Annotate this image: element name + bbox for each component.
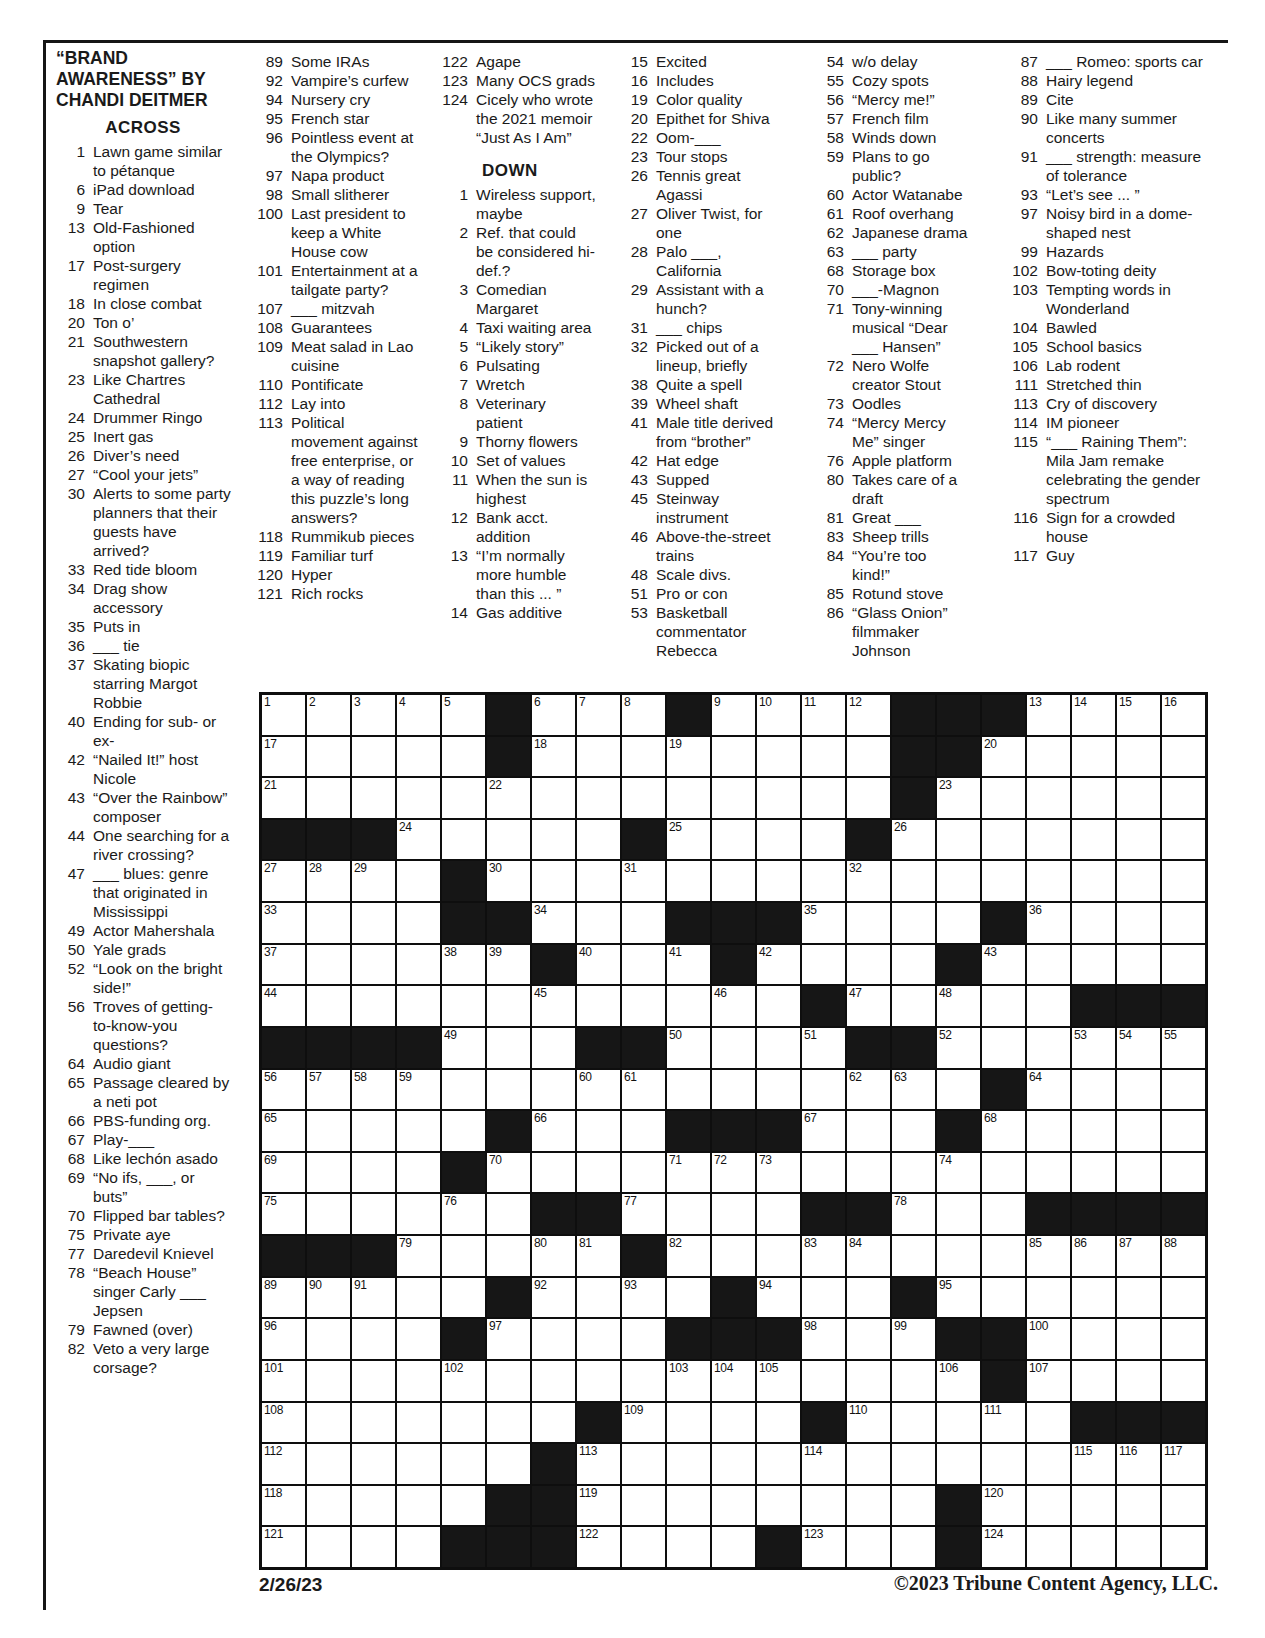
grid-cell-r20c21[interactable] xyxy=(1162,1486,1205,1526)
grid-cell-r20c17[interactable]: 120 xyxy=(982,1486,1025,1526)
grid-cell-r10c8[interactable]: 60 xyxy=(577,1070,620,1110)
grid-cell-r21c15[interactable] xyxy=(892,1527,935,1567)
grid-cell-r4c16[interactable] xyxy=(937,820,980,860)
grid-cell-r14c10[interactable]: 82 xyxy=(667,1236,710,1276)
grid-cell-r21c18[interactable] xyxy=(1027,1527,1070,1567)
grid-cell-r13c15[interactable]: 78 xyxy=(892,1194,935,1234)
grid-cell-r20c11[interactable] xyxy=(712,1486,755,1526)
grid-cell-r1c4[interactable]: 4 xyxy=(397,695,440,735)
grid-cell-r5c8[interactable] xyxy=(577,861,620,901)
grid-cell-r16c3[interactable] xyxy=(352,1319,395,1359)
grid-cell-r8c2[interactable] xyxy=(307,986,350,1026)
grid-cell-r7c17[interactable]: 43 xyxy=(982,945,1025,985)
grid-cell-r5c21[interactable] xyxy=(1162,861,1205,901)
grid-cell-r2c12[interactable] xyxy=(757,737,800,777)
grid-cell-r10c15[interactable]: 63 xyxy=(892,1070,935,1110)
grid-cell-r8c9[interactable] xyxy=(622,986,665,1026)
grid-cell-r15c4[interactable] xyxy=(397,1278,440,1318)
grid-cell-r21c4[interactable] xyxy=(397,1527,440,1567)
grid-cell-r5c12[interactable] xyxy=(757,861,800,901)
grid-cell-r13c3[interactable] xyxy=(352,1194,395,1234)
grid-cell-r16c14[interactable] xyxy=(847,1319,890,1359)
grid-cell-r10c7[interactable] xyxy=(532,1070,575,1110)
grid-cell-r15c2[interactable]: 90 xyxy=(307,1278,350,1318)
grid-cell-r2c17[interactable]: 20 xyxy=(982,737,1025,777)
grid-cell-r9c17[interactable] xyxy=(982,1028,1025,1068)
grid-cell-r15c5[interactable] xyxy=(442,1278,485,1318)
grid-cell-r4c7[interactable] xyxy=(532,820,575,860)
grid-cell-r15c19[interactable] xyxy=(1072,1278,1115,1318)
grid-cell-r6c20[interactable] xyxy=(1117,903,1160,943)
grid-cell-r1c2[interactable]: 2 xyxy=(307,695,350,735)
grid-cell-r7c5[interactable]: 38 xyxy=(442,945,485,985)
grid-cell-r9c16[interactable]: 52 xyxy=(937,1028,980,1068)
grid-cell-r16c15[interactable]: 99 xyxy=(892,1319,935,1359)
grid-cell-r16c8[interactable] xyxy=(577,1319,620,1359)
grid-cell-r6c1[interactable]: 33 xyxy=(262,903,305,943)
grid-cell-r13c11[interactable] xyxy=(712,1194,755,1234)
grid-cell-r3c11[interactable] xyxy=(712,778,755,818)
grid-cell-r1c19[interactable]: 14 xyxy=(1072,695,1115,735)
grid-cell-r5c14[interactable]: 32 xyxy=(847,861,890,901)
grid-cell-r8c10[interactable] xyxy=(667,986,710,1026)
grid-cell-r17c19[interactable] xyxy=(1072,1361,1115,1401)
grid-cell-r14c13[interactable]: 83 xyxy=(802,1236,845,1276)
grid-cell-r14c19[interactable]: 86 xyxy=(1072,1236,1115,1276)
grid-cell-r3c20[interactable] xyxy=(1117,778,1160,818)
grid-cell-r15c17[interactable] xyxy=(982,1278,1025,1318)
grid-cell-r12c20[interactable] xyxy=(1117,1153,1160,1193)
grid-cell-r18c3[interactable] xyxy=(352,1403,395,1443)
grid-cell-r6c21[interactable] xyxy=(1162,903,1205,943)
grid-cell-r3c9[interactable] xyxy=(622,778,665,818)
grid-cell-r19c18[interactable] xyxy=(1027,1444,1070,1484)
grid-cell-r18c16[interactable] xyxy=(937,1403,980,1443)
grid-cell-r19c3[interactable] xyxy=(352,1444,395,1484)
grid-cell-r7c21[interactable] xyxy=(1162,945,1205,985)
grid-cell-r15c3[interactable]: 91 xyxy=(352,1278,395,1318)
grid-cell-r6c16[interactable] xyxy=(937,903,980,943)
grid-cell-r20c3[interactable] xyxy=(352,1486,395,1526)
grid-cell-r16c21[interactable] xyxy=(1162,1319,1205,1359)
grid-cell-r3c12[interactable] xyxy=(757,778,800,818)
grid-cell-r13c12[interactable] xyxy=(757,1194,800,1234)
grid-cell-r19c14[interactable] xyxy=(847,1444,890,1484)
grid-cell-r14c8[interactable]: 81 xyxy=(577,1236,620,1276)
grid-cell-r17c13[interactable] xyxy=(802,1361,845,1401)
grid-cell-r2c2[interactable] xyxy=(307,737,350,777)
grid-cell-r19c16[interactable] xyxy=(937,1444,980,1484)
grid-cell-r15c14[interactable] xyxy=(847,1278,890,1318)
grid-cell-r21c2[interactable] xyxy=(307,1527,350,1567)
grid-cell-r2c9[interactable] xyxy=(622,737,665,777)
grid-cell-r7c18[interactable] xyxy=(1027,945,1070,985)
grid-cell-r3c14[interactable] xyxy=(847,778,890,818)
grid-cell-r5c16[interactable] xyxy=(937,861,980,901)
grid-cell-r18c2[interactable] xyxy=(307,1403,350,1443)
grid-cell-r12c8[interactable] xyxy=(577,1153,620,1193)
grid-cell-r4c20[interactable] xyxy=(1117,820,1160,860)
grid-cell-r10c16[interactable] xyxy=(937,1070,980,1110)
grid-cell-r10c13[interactable] xyxy=(802,1070,845,1110)
grid-cell-r14c15[interactable] xyxy=(892,1236,935,1276)
grid-cell-r17c9[interactable] xyxy=(622,1361,665,1401)
grid-cell-r21c19[interactable] xyxy=(1072,1527,1115,1567)
grid-cell-r2c13[interactable] xyxy=(802,737,845,777)
grid-cell-r21c21[interactable] xyxy=(1162,1527,1205,1567)
grid-cell-r5c1[interactable]: 27 xyxy=(262,861,305,901)
grid-cell-r10c3[interactable]: 58 xyxy=(352,1070,395,1110)
grid-cell-r18c1[interactable]: 108 xyxy=(262,1403,305,1443)
grid-cell-r1c13[interactable]: 11 xyxy=(802,695,845,735)
grid-cell-r11c5[interactable] xyxy=(442,1111,485,1151)
grid-cell-r4c19[interactable] xyxy=(1072,820,1115,860)
grid-cell-r18c15[interactable] xyxy=(892,1403,935,1443)
grid-cell-r10c4[interactable]: 59 xyxy=(397,1070,440,1110)
grid-cell-r2c8[interactable] xyxy=(577,737,620,777)
grid-cell-r18c4[interactable] xyxy=(397,1403,440,1443)
grid-cell-r15c21[interactable] xyxy=(1162,1278,1205,1318)
grid-cell-r13c16[interactable] xyxy=(937,1194,980,1234)
grid-cell-r8c3[interactable] xyxy=(352,986,395,1026)
grid-cell-r20c1[interactable]: 118 xyxy=(262,1486,305,1526)
grid-cell-r12c9[interactable] xyxy=(622,1153,665,1193)
grid-cell-r2c14[interactable] xyxy=(847,737,890,777)
grid-cell-r5c10[interactable] xyxy=(667,861,710,901)
grid-cell-r12c18[interactable] xyxy=(1027,1153,1070,1193)
grid-cell-r5c13[interactable] xyxy=(802,861,845,901)
grid-cell-r12c3[interactable] xyxy=(352,1153,395,1193)
grid-cell-r17c12[interactable]: 105 xyxy=(757,1361,800,1401)
grid-cell-r3c10[interactable] xyxy=(667,778,710,818)
grid-cell-r11c18[interactable] xyxy=(1027,1111,1070,1151)
grid-cell-r2c18[interactable] xyxy=(1027,737,1070,777)
grid-cell-r15c18[interactable] xyxy=(1027,1278,1070,1318)
grid-cell-r18c14[interactable]: 110 xyxy=(847,1403,890,1443)
grid-cell-r17c1[interactable]: 101 xyxy=(262,1361,305,1401)
grid-cell-r18c5[interactable] xyxy=(442,1403,485,1443)
grid-cell-r2c19[interactable] xyxy=(1072,737,1115,777)
grid-cell-r21c20[interactable] xyxy=(1117,1527,1160,1567)
grid-cell-r10c21[interactable] xyxy=(1162,1070,1205,1110)
grid-cell-r5c7[interactable] xyxy=(532,861,575,901)
grid-cell-r10c6[interactable] xyxy=(487,1070,530,1110)
grid-cell-r8c17[interactable] xyxy=(982,986,1025,1026)
grid-cell-r3c19[interactable] xyxy=(1072,778,1115,818)
grid-cell-r7c1[interactable]: 37 xyxy=(262,945,305,985)
grid-cell-r10c20[interactable] xyxy=(1117,1070,1160,1110)
grid-cell-r3c17[interactable] xyxy=(982,778,1025,818)
grid-cell-r15c9[interactable]: 93 xyxy=(622,1278,665,1318)
grid-cell-r6c19[interactable] xyxy=(1072,903,1115,943)
grid-cell-r7c3[interactable] xyxy=(352,945,395,985)
grid-cell-r10c10[interactable] xyxy=(667,1070,710,1110)
grid-cell-r14c4[interactable]: 79 xyxy=(397,1236,440,1276)
grid-cell-r6c3[interactable] xyxy=(352,903,395,943)
grid-cell-r3c13[interactable] xyxy=(802,778,845,818)
grid-cell-r19c12[interactable] xyxy=(757,1444,800,1484)
grid-cell-r9c6[interactable] xyxy=(487,1028,530,1068)
grid-cell-r3c2[interactable] xyxy=(307,778,350,818)
grid-cell-r20c14[interactable] xyxy=(847,1486,890,1526)
grid-cell-r13c5[interactable]: 76 xyxy=(442,1194,485,1234)
grid-cell-r21c13[interactable]: 123 xyxy=(802,1527,845,1567)
grid-cell-r12c7[interactable] xyxy=(532,1153,575,1193)
grid-cell-r1c1[interactable]: 1 xyxy=(262,695,305,735)
grid-cell-r6c13[interactable]: 35 xyxy=(802,903,845,943)
grid-cell-r5c11[interactable] xyxy=(712,861,755,901)
grid-cell-r4c21[interactable] xyxy=(1162,820,1205,860)
grid-cell-r7c6[interactable]: 39 xyxy=(487,945,530,985)
grid-cell-r19c5[interactable] xyxy=(442,1444,485,1484)
grid-cell-r1c12[interactable]: 10 xyxy=(757,695,800,735)
grid-cell-r7c12[interactable]: 42 xyxy=(757,945,800,985)
grid-cell-r15c7[interactable]: 92 xyxy=(532,1278,575,1318)
grid-cell-r1c9[interactable]: 8 xyxy=(622,695,665,735)
grid-cell-r19c11[interactable] xyxy=(712,1444,755,1484)
grid-cell-r20c5[interactable] xyxy=(442,1486,485,1526)
grid-cell-r17c7[interactable] xyxy=(532,1361,575,1401)
grid-cell-r14c6[interactable] xyxy=(487,1236,530,1276)
grid-cell-r11c3[interactable] xyxy=(352,1111,395,1151)
grid-cell-r10c19[interactable] xyxy=(1072,1070,1115,1110)
grid-cell-r21c17[interactable]: 124 xyxy=(982,1527,1025,1567)
grid-cell-r5c9[interactable]: 31 xyxy=(622,861,665,901)
grid-cell-r16c20[interactable] xyxy=(1117,1319,1160,1359)
grid-cell-r11c14[interactable] xyxy=(847,1111,890,1151)
grid-cell-r20c13[interactable] xyxy=(802,1486,845,1526)
grid-cell-r12c19[interactable] xyxy=(1072,1153,1115,1193)
grid-cell-r1c18[interactable]: 13 xyxy=(1027,695,1070,735)
grid-cell-r7c4[interactable] xyxy=(397,945,440,985)
grid-cell-r17c11[interactable]: 104 xyxy=(712,1361,755,1401)
grid-cell-r3c16[interactable]: 23 xyxy=(937,778,980,818)
grid-cell-r11c19[interactable] xyxy=(1072,1111,1115,1151)
grid-cell-r9c13[interactable]: 51 xyxy=(802,1028,845,1068)
grid-cell-r13c9[interactable]: 77 xyxy=(622,1194,665,1234)
grid-cell-r14c16[interactable] xyxy=(937,1236,980,1276)
grid-cell-r5c19[interactable] xyxy=(1072,861,1115,901)
grid-cell-r11c9[interactable] xyxy=(622,1111,665,1151)
grid-cell-r2c20[interactable] xyxy=(1117,737,1160,777)
grid-cell-r2c11[interactable] xyxy=(712,737,755,777)
grid-cell-r4c15[interactable]: 26 xyxy=(892,820,935,860)
grid-cell-r17c8[interactable] xyxy=(577,1361,620,1401)
grid-cell-r21c9[interactable] xyxy=(622,1527,665,1567)
grid-cell-r8c8[interactable] xyxy=(577,986,620,1026)
grid-cell-r5c4[interactable] xyxy=(397,861,440,901)
grid-cell-r14c12[interactable] xyxy=(757,1236,800,1276)
grid-cell-r6c2[interactable] xyxy=(307,903,350,943)
grid-cell-r3c21[interactable] xyxy=(1162,778,1205,818)
grid-cell-r18c7[interactable] xyxy=(532,1403,575,1443)
grid-cell-r15c8[interactable] xyxy=(577,1278,620,1318)
grid-cell-r18c6[interactable] xyxy=(487,1403,530,1443)
grid-cell-r4c5[interactable] xyxy=(442,820,485,860)
grid-cell-r14c20[interactable]: 87 xyxy=(1117,1236,1160,1276)
grid-cell-r19c13[interactable]: 114 xyxy=(802,1444,845,1484)
grid-cell-r6c18[interactable]: 36 xyxy=(1027,903,1070,943)
grid-cell-r20c10[interactable] xyxy=(667,1486,710,1526)
grid-cell-r17c20[interactable] xyxy=(1117,1361,1160,1401)
grid-cell-r15c20[interactable] xyxy=(1117,1278,1160,1318)
grid-cell-r15c16[interactable]: 95 xyxy=(937,1278,980,1318)
grid-cell-r12c11[interactable]: 72 xyxy=(712,1153,755,1193)
grid-cell-r10c2[interactable]: 57 xyxy=(307,1070,350,1110)
grid-cell-r8c7[interactable]: 45 xyxy=(532,986,575,1026)
grid-cell-r6c15[interactable] xyxy=(892,903,935,943)
grid-cell-r13c1[interactable]: 75 xyxy=(262,1194,305,1234)
grid-cell-r16c1[interactable]: 96 xyxy=(262,1319,305,1359)
grid-cell-r6c9[interactable] xyxy=(622,903,665,943)
grid-cell-r12c15[interactable] xyxy=(892,1153,935,1193)
grid-cell-r20c9[interactable] xyxy=(622,1486,665,1526)
grid-cell-r9c7[interactable] xyxy=(532,1028,575,1068)
grid-cell-r1c8[interactable]: 7 xyxy=(577,695,620,735)
grid-cell-r3c1[interactable]: 21 xyxy=(262,778,305,818)
grid-cell-r7c8[interactable]: 40 xyxy=(577,945,620,985)
grid-cell-r12c17[interactable] xyxy=(982,1153,1025,1193)
grid-cell-r5c3[interactable]: 29 xyxy=(352,861,395,901)
grid-cell-r10c5[interactable] xyxy=(442,1070,485,1110)
grid-cell-r3c8[interactable] xyxy=(577,778,620,818)
grid-cell-r17c18[interactable]: 107 xyxy=(1027,1361,1070,1401)
grid-cell-r15c13[interactable] xyxy=(802,1278,845,1318)
grid-cell-r8c1[interactable]: 44 xyxy=(262,986,305,1026)
grid-cell-r1c21[interactable]: 16 xyxy=(1162,695,1205,735)
grid-cell-r11c7[interactable]: 66 xyxy=(532,1111,575,1151)
grid-cell-r11c4[interactable] xyxy=(397,1111,440,1151)
grid-cell-r20c18[interactable] xyxy=(1027,1486,1070,1526)
grid-cell-r10c18[interactable]: 64 xyxy=(1027,1070,1070,1110)
grid-cell-r7c20[interactable] xyxy=(1117,945,1160,985)
grid-cell-r17c5[interactable]: 102 xyxy=(442,1361,485,1401)
grid-cell-r13c6[interactable] xyxy=(487,1194,530,1234)
grid-cell-r1c3[interactable]: 3 xyxy=(352,695,395,735)
grid-cell-r20c19[interactable] xyxy=(1072,1486,1115,1526)
grid-cell-r12c21[interactable] xyxy=(1162,1153,1205,1193)
grid-cell-r19c10[interactable] xyxy=(667,1444,710,1484)
grid-cell-r3c3[interactable] xyxy=(352,778,395,818)
grid-cell-r21c8[interactable]: 122 xyxy=(577,1527,620,1567)
grid-cell-r12c4[interactable] xyxy=(397,1153,440,1193)
grid-cell-r10c1[interactable]: 56 xyxy=(262,1070,305,1110)
grid-cell-r16c7[interactable] xyxy=(532,1319,575,1359)
grid-cell-r16c2[interactable] xyxy=(307,1319,350,1359)
grid-cell-r12c10[interactable]: 71 xyxy=(667,1153,710,1193)
grid-cell-r7c2[interactable] xyxy=(307,945,350,985)
grid-cell-r3c18[interactable] xyxy=(1027,778,1070,818)
grid-cell-r6c4[interactable] xyxy=(397,903,440,943)
grid-cell-r6c14[interactable] xyxy=(847,903,890,943)
grid-cell-r2c4[interactable] xyxy=(397,737,440,777)
grid-cell-r4c4[interactable]: 24 xyxy=(397,820,440,860)
grid-cell-r19c15[interactable] xyxy=(892,1444,935,1484)
grid-cell-r13c4[interactable] xyxy=(397,1194,440,1234)
grid-cell-r20c2[interactable] xyxy=(307,1486,350,1526)
grid-cell-r19c6[interactable] xyxy=(487,1444,530,1484)
grid-cell-r16c18[interactable]: 100 xyxy=(1027,1319,1070,1359)
grid-cell-r12c6[interactable]: 70 xyxy=(487,1153,530,1193)
grid-cell-r11c17[interactable]: 68 xyxy=(982,1111,1025,1151)
grid-cell-r19c21[interactable]: 117 xyxy=(1162,1444,1205,1484)
grid-cell-r5c2[interactable]: 28 xyxy=(307,861,350,901)
grid-cell-r15c12[interactable]: 94 xyxy=(757,1278,800,1318)
grid-cell-r7c13[interactable] xyxy=(802,945,845,985)
grid-cell-r20c4[interactable] xyxy=(397,1486,440,1526)
grid-cell-r12c14[interactable] xyxy=(847,1153,890,1193)
grid-cell-r2c7[interactable]: 18 xyxy=(532,737,575,777)
grid-cell-r21c10[interactable] xyxy=(667,1527,710,1567)
grid-cell-r1c5[interactable]: 5 xyxy=(442,695,485,735)
grid-cell-r18c11[interactable] xyxy=(712,1403,755,1443)
grid-cell-r20c12[interactable] xyxy=(757,1486,800,1526)
grid-cell-r5c20[interactable] xyxy=(1117,861,1160,901)
grid-cell-r4c18[interactable] xyxy=(1027,820,1070,860)
grid-cell-r20c15[interactable] xyxy=(892,1486,935,1526)
grid-cell-r5c17[interactable] xyxy=(982,861,1025,901)
grid-cell-r5c18[interactable] xyxy=(1027,861,1070,901)
grid-cell-r11c13[interactable]: 67 xyxy=(802,1111,845,1151)
grid-cell-r2c3[interactable] xyxy=(352,737,395,777)
grid-cell-r14c21[interactable]: 88 xyxy=(1162,1236,1205,1276)
grid-cell-r14c5[interactable] xyxy=(442,1236,485,1276)
grid-cell-r3c7[interactable] xyxy=(532,778,575,818)
grid-cell-r18c12[interactable] xyxy=(757,1403,800,1443)
grid-cell-r21c11[interactable] xyxy=(712,1527,755,1567)
grid-cell-r12c12[interactable]: 73 xyxy=(757,1153,800,1193)
grid-cell-r19c2[interactable] xyxy=(307,1444,350,1484)
grid-cell-r19c20[interactable]: 116 xyxy=(1117,1444,1160,1484)
grid-cell-r10c12[interactable] xyxy=(757,1070,800,1110)
grid-cell-r16c19[interactable] xyxy=(1072,1319,1115,1359)
grid-cell-r11c20[interactable] xyxy=(1117,1111,1160,1151)
grid-cell-r7c19[interactable] xyxy=(1072,945,1115,985)
grid-cell-r5c6[interactable]: 30 xyxy=(487,861,530,901)
grid-cell-r4c13[interactable] xyxy=(802,820,845,860)
grid-cell-r15c10[interactable] xyxy=(667,1278,710,1318)
grid-cell-r8c12[interactable] xyxy=(757,986,800,1026)
grid-cell-r16c4[interactable] xyxy=(397,1319,440,1359)
grid-cell-r19c1[interactable]: 112 xyxy=(262,1444,305,1484)
grid-cell-r16c6[interactable]: 97 xyxy=(487,1319,530,1359)
grid-cell-r18c9[interactable]: 109 xyxy=(622,1403,665,1443)
grid-cell-r17c2[interactable] xyxy=(307,1361,350,1401)
grid-cell-r3c4[interactable] xyxy=(397,778,440,818)
grid-cell-r1c20[interactable]: 15 xyxy=(1117,695,1160,735)
grid-cell-r19c19[interactable]: 115 xyxy=(1072,1444,1115,1484)
grid-cell-r6c7[interactable]: 34 xyxy=(532,903,575,943)
grid-cell-r10c14[interactable]: 62 xyxy=(847,1070,890,1110)
grid-cell-r1c14[interactable]: 12 xyxy=(847,695,890,735)
grid-cell-r8c11[interactable]: 46 xyxy=(712,986,755,1026)
grid-cell-r17c21[interactable] xyxy=(1162,1361,1205,1401)
grid-cell-r19c9[interactable] xyxy=(622,1444,665,1484)
grid-cell-r17c10[interactable]: 103 xyxy=(667,1361,710,1401)
grid-cell-r4c10[interactable]: 25 xyxy=(667,820,710,860)
grid-cell-r9c11[interactable] xyxy=(712,1028,755,1068)
grid-cell-r11c15[interactable] xyxy=(892,1111,935,1151)
grid-cell-r12c13[interactable] xyxy=(802,1153,845,1193)
grid-cell-r10c11[interactable] xyxy=(712,1070,755,1110)
grid-cell-r11c8[interactable] xyxy=(577,1111,620,1151)
grid-cell-r7c10[interactable]: 41 xyxy=(667,945,710,985)
grid-cell-r7c14[interactable] xyxy=(847,945,890,985)
grid-cell-r8c15[interactable] xyxy=(892,986,935,1026)
grid-cell-r17c6[interactable] xyxy=(487,1361,530,1401)
grid-cell-r18c17[interactable]: 111 xyxy=(982,1403,1025,1443)
grid-cell-r7c9[interactable] xyxy=(622,945,665,985)
